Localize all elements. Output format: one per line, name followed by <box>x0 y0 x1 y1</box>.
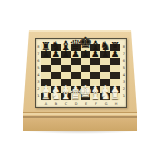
square-a1: ♜ <box>41 93 51 100</box>
rank-label-5: 5 <box>122 65 127 72</box>
square-h3 <box>110 79 120 86</box>
rank-label-5: 5 <box>36 65 41 72</box>
square-d4 <box>71 72 81 79</box>
square-c7: ♟ <box>61 51 71 58</box>
rank-label-8: 8 <box>122 44 127 51</box>
rank-label-1: 1 <box>36 93 41 100</box>
square-e2: ♟ <box>81 86 91 93</box>
square-d8: ♛ <box>71 44 81 51</box>
file-label-b: B <box>51 103 61 107</box>
square-h2: ♟ <box>110 86 120 93</box>
rank-label-2: 2 <box>122 86 127 93</box>
piece-black-knight: ♞ <box>50 40 61 52</box>
square-e5 <box>81 65 91 72</box>
square-c5 <box>61 65 71 72</box>
square-d1: ♛ <box>71 93 81 100</box>
square-c2: ♟ <box>61 86 71 93</box>
rank-label-6: 6 <box>122 58 127 65</box>
piece-black-knight: ♞ <box>100 40 111 52</box>
rank-label-8: 8 <box>36 44 41 51</box>
square-f3 <box>90 79 100 86</box>
square-b1: ♞ <box>51 93 61 100</box>
box-lid-rim-highlight <box>23 30 137 32</box>
rank-label-3: 3 <box>122 79 127 86</box>
file-labels-bottom: ABCDEFGH <box>41 102 121 107</box>
piece-black-rook: ♜ <box>41 41 51 52</box>
square-e6 <box>81 58 91 65</box>
square-f2: ♟ <box>90 86 100 93</box>
square-h7: ♟ <box>110 51 120 58</box>
square-e8: ♚ <box>81 44 91 51</box>
file-label-a: A <box>41 103 51 107</box>
square-f4 <box>90 72 100 79</box>
square-a8: ♜ <box>41 44 51 51</box>
square-f1: ♝ <box>90 93 100 100</box>
rank-label-7: 7 <box>36 51 41 58</box>
square-b2: ♟ <box>51 86 61 93</box>
square-e1: ♚ <box>81 93 91 100</box>
square-g6 <box>100 58 110 65</box>
square-b5 <box>51 65 61 72</box>
square-f5 <box>90 65 100 72</box>
rank-label-4: 4 <box>122 72 127 79</box>
file-label-d: D <box>71 103 81 107</box>
rank-label-2: 2 <box>36 86 41 93</box>
square-g2: ♟ <box>100 86 110 93</box>
square-a5 <box>41 65 51 72</box>
square-g3 <box>100 79 110 86</box>
rank-label-3: 3 <box>36 79 41 86</box>
square-f6 <box>90 58 100 65</box>
rank-labels-right: 87654321 <box>122 44 127 100</box>
square-f8: ♝ <box>90 44 100 51</box>
square-c8: ♝ <box>61 44 71 51</box>
square-h4 <box>110 72 120 79</box>
square-a7: ♟ <box>41 51 51 58</box>
square-c4 <box>61 72 71 79</box>
square-e7: ♟ <box>81 51 91 58</box>
square-c1: ♝ <box>61 93 71 100</box>
rank-label-6: 6 <box>36 58 41 65</box>
rank-labels-left: 87654321 <box>36 44 41 100</box>
square-b7: ♟ <box>51 51 61 58</box>
square-a2: ♟ <box>41 86 51 93</box>
square-b6 <box>51 58 61 65</box>
square-d6 <box>71 58 81 65</box>
square-e4 <box>81 72 91 79</box>
square-g8: ♞ <box>100 44 110 51</box>
piece-black-rook: ♜ <box>110 41 120 52</box>
square-b3 <box>51 79 61 86</box>
square-f7: ♟ <box>90 51 100 58</box>
file-label-f: F <box>91 103 101 107</box>
square-a3 <box>41 79 51 86</box>
square-h8: ♜ <box>110 44 120 51</box>
square-g4 <box>100 72 110 79</box>
chess-board: ♜♞♝♛♚♝♞♜♟♟♟♟♟♟♟♟♟♟♟♟♟♟♟♟♜♞♝♛♚♝♞♜ <box>41 44 120 100</box>
box-front-top-edge <box>23 113 137 115</box>
square-d5 <box>71 65 81 72</box>
square-d7: ♟ <box>71 51 81 58</box>
chess-set-photo: ♜♞♝♛♚♝♞♜♟♟♟♟♟♟♟♟♟♟♟♟♟♟♟♟♜♞♝♛♚♝♞♜ ABCDEFG… <box>0 0 160 160</box>
square-a4 <box>41 72 51 79</box>
rank-label-1: 1 <box>122 93 127 100</box>
wooden-box-front-face <box>23 112 137 131</box>
rank-label-4: 4 <box>36 72 41 79</box>
square-e3 <box>81 79 91 86</box>
board-border-frame: ♜♞♝♛♚♝♞♜♟♟♟♟♟♟♟♟♟♟♟♟♟♟♟♟♜♞♝♛♚♝♞♜ ABCDEFG… <box>35 38 127 108</box>
square-h5 <box>110 65 120 72</box>
square-g1: ♞ <box>100 93 110 100</box>
square-g5 <box>100 65 110 72</box>
square-a6 <box>41 58 51 65</box>
file-label-c: C <box>61 103 71 107</box>
square-b4 <box>51 72 61 79</box>
file-label-h: H <box>111 103 121 107</box>
square-d3 <box>71 79 81 86</box>
square-c6 <box>61 58 71 65</box>
square-c3 <box>61 79 71 86</box>
rank-label-7: 7 <box>122 51 127 58</box>
file-label-g: G <box>101 103 111 107</box>
square-g7: ♟ <box>100 51 110 58</box>
square-d2: ♟ <box>71 86 81 93</box>
square-h1: ♜ <box>110 93 120 100</box>
file-label-e: E <box>81 103 91 107</box>
square-b8: ♞ <box>51 44 61 51</box>
box-lid-seam <box>23 116 137 118</box>
square-h6 <box>110 58 120 65</box>
